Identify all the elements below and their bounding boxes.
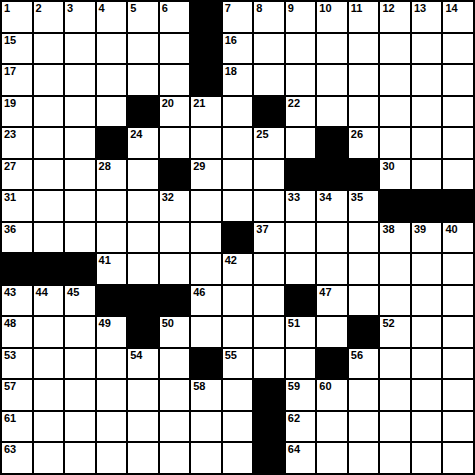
cell-r12c5[interactable]: 54 [128,349,158,379]
cell-r10c15[interactable] [443,286,473,316]
cell-r4c12[interactable] [349,97,379,127]
clue-number: 11 [351,2,363,15]
clue-number: 42 [225,254,237,267]
cell-r13c6[interactable] [160,380,190,410]
black-cell-r6c11 [317,160,347,190]
cell-r8c15[interactable]: 40 [443,223,473,253]
cell-r4c4[interactable] [97,97,127,127]
cell-r9c6[interactable] [160,254,190,284]
cell-r10c1[interactable]: 43 [2,286,32,316]
cell-r7c9[interactable] [254,191,284,221]
clue-number: 50 [162,317,174,330]
clue-number: 55 [225,349,237,362]
cell-r8c14[interactable]: 39 [412,223,442,253]
clue-number: 44 [36,286,48,299]
clue-number: 35 [351,191,363,204]
cell-r9c9[interactable] [254,254,284,284]
cell-r3c1[interactable]: 17 [2,65,32,95]
black-cell-r10c6 [160,286,190,316]
cell-r11c14[interactable] [412,317,442,347]
clue-number: 4 [99,2,105,15]
clue-number: 48 [4,317,16,330]
clue-number: 3 [67,2,73,15]
clue-number: 51 [288,317,300,330]
cell-r2c3[interactable] [65,34,95,64]
cell-r3c12[interactable] [349,65,379,95]
cell-r3c2[interactable] [34,65,64,95]
clue-number: 20 [162,97,174,110]
cell-r11c10[interactable]: 51 [286,317,316,347]
cell-r7c12[interactable]: 35 [349,191,379,221]
cell-r13c12[interactable] [349,380,379,410]
clue-number: 28 [99,160,111,173]
clue-number: 21 [193,97,205,110]
cell-r7c8[interactable] [223,191,253,221]
clue-number: 22 [288,97,300,110]
cell-r15c14[interactable] [412,443,442,473]
cell-r9c5[interactable] [128,254,158,284]
cell-r14c3[interactable] [65,412,95,442]
cell-r5c5[interactable]: 24 [128,128,158,158]
black-cell-r6c12 [349,160,379,190]
cell-r9c13[interactable] [380,254,410,284]
black-cell-r3c7 [191,65,221,95]
cell-r1c9[interactable]: 8 [254,2,284,32]
clue-number: 62 [288,412,300,425]
clue-number: 64 [288,443,300,456]
cell-r8c1[interactable]: 36 [2,223,32,253]
cell-r15c12[interactable] [349,443,379,473]
clue-number: 10 [319,2,331,15]
cell-r5c9[interactable]: 25 [254,128,284,158]
clue-number: 2 [36,2,42,15]
cell-r5c14[interactable] [412,128,442,158]
cell-r11c1[interactable]: 48 [2,317,32,347]
cell-r10c11[interactable]: 47 [317,286,347,316]
cell-r11c13[interactable]: 52 [380,317,410,347]
cell-r15c7[interactable] [191,443,221,473]
cell-r3c14[interactable] [412,65,442,95]
cell-r5c13[interactable] [380,128,410,158]
cell-r12c2[interactable] [34,349,64,379]
cell-r7c2[interactable] [34,191,64,221]
cell-r1c1[interactable]: 1 [2,2,32,32]
cell-r9c12[interactable] [349,254,379,284]
cell-r7c11[interactable]: 34 [317,191,347,221]
cell-r13c14[interactable] [412,380,442,410]
cell-r3c11[interactable] [317,65,347,95]
clue-number: 16 [225,34,237,47]
cell-r14c11[interactable] [317,412,347,442]
cell-r6c13[interactable]: 30 [380,160,410,190]
cell-r10c2[interactable]: 44 [34,286,64,316]
cell-r15c10[interactable]: 64 [286,443,316,473]
clue-number: 58 [193,380,205,393]
cell-r13c4[interactable] [97,380,127,410]
cell-r12c14[interactable] [412,349,442,379]
black-cell-r9c1 [2,254,32,284]
cell-r2c4[interactable] [97,34,127,64]
cell-r15c15[interactable] [443,443,473,473]
clue-number: 33 [288,191,300,204]
cell-r4c1[interactable]: 19 [2,97,32,127]
black-cell-r9c3 [65,254,95,284]
cell-r2c11[interactable] [317,34,347,64]
black-cell-r9c2 [34,254,64,284]
clue-number: 39 [414,223,426,236]
black-cell-r14c9 [254,412,284,442]
clue-number: 6 [162,2,168,15]
cell-r6c2[interactable] [34,160,64,190]
cell-r5c12[interactable]: 26 [349,128,379,158]
clue-number: 54 [130,349,142,362]
cell-r5c2[interactable] [34,128,64,158]
cell-r5c3[interactable] [65,128,95,158]
cell-r8c2[interactable] [34,223,64,253]
cell-r14c5[interactable] [128,412,158,442]
cell-r6c8[interactable] [223,160,253,190]
cell-r8c3[interactable] [65,223,95,253]
clue-number: 8 [256,2,262,15]
black-cell-r4c9 [254,97,284,127]
crossword-grid: 1234567891011121314151617181920212223242… [0,0,475,475]
cell-r2c2[interactable] [34,34,64,64]
clue-number: 30 [382,160,394,173]
black-cell-r12c11 [317,349,347,379]
cell-r1c14[interactable]: 13 [412,2,442,32]
cell-r1c5[interactable]: 5 [128,2,158,32]
cell-r11c3[interactable] [65,317,95,347]
cell-r10c3[interactable]: 45 [65,286,95,316]
cell-r14c12[interactable] [349,412,379,442]
clue-number: 13 [414,2,426,15]
cell-r2c13[interactable] [380,34,410,64]
cell-r3c9[interactable] [254,65,284,95]
cell-r8c9[interactable]: 37 [254,223,284,253]
cell-r2c10[interactable] [286,34,316,64]
cell-r3c3[interactable] [65,65,95,95]
cell-r8c10[interactable] [286,223,316,253]
cell-r11c8[interactable] [223,317,253,347]
cell-r15c1[interactable]: 63 [2,443,32,473]
cell-r4c15[interactable] [443,97,473,127]
cell-r8c4[interactable] [97,223,127,253]
clue-number: 17 [4,65,16,78]
cell-r9c7[interactable] [191,254,221,284]
cell-r5c8[interactable] [223,128,253,158]
cell-r9c10[interactable] [286,254,316,284]
cell-r7c10[interactable]: 33 [286,191,316,221]
cell-r2c8[interactable]: 16 [223,34,253,64]
cell-r5c10[interactable] [286,128,316,158]
cell-r4c3[interactable] [65,97,95,127]
black-cell-r5c4 [97,128,127,158]
cell-r13c3[interactable] [65,380,95,410]
cell-r11c2[interactable] [34,317,64,347]
cell-r13c8[interactable] [223,380,253,410]
cell-r14c8[interactable] [223,412,253,442]
cell-r8c7[interactable] [191,223,221,253]
clue-number: 23 [4,128,16,141]
cell-r4c8[interactable] [223,97,253,127]
cell-r6c5[interactable] [128,160,158,190]
cell-r7c4[interactable] [97,191,127,221]
black-cell-r7c13 [380,191,410,221]
cell-r10c14[interactable] [412,286,442,316]
cell-r14c14[interactable] [412,412,442,442]
clue-number: 34 [319,191,331,204]
clue-number: 9 [288,2,294,15]
cell-r2c12[interactable] [349,34,379,64]
clue-number: 27 [4,160,16,173]
cell-r12c8[interactable]: 55 [223,349,253,379]
cell-r7c1[interactable]: 31 [2,191,32,221]
cell-r4c10[interactable]: 22 [286,97,316,127]
cell-r13c11[interactable]: 60 [317,380,347,410]
cell-r7c6[interactable]: 32 [160,191,190,221]
black-cell-r4c5 [128,97,158,127]
clue-number: 49 [99,317,111,330]
cell-r8c13[interactable]: 38 [380,223,410,253]
cell-r12c1[interactable]: 53 [2,349,32,379]
cell-r5c15[interactable] [443,128,473,158]
cell-r1c15[interactable]: 14 [443,2,473,32]
cell-r6c3[interactable] [65,160,95,190]
cell-r3c10[interactable] [286,65,316,95]
clue-number: 43 [4,286,16,299]
cell-r14c10[interactable]: 62 [286,412,316,442]
cell-r12c9[interactable] [254,349,284,379]
cell-r6c14[interactable] [412,160,442,190]
cell-r11c4[interactable]: 49 [97,317,127,347]
cell-r11c15[interactable] [443,317,473,347]
cell-r4c6[interactable]: 20 [160,97,190,127]
cell-r2c1[interactable]: 15 [2,34,32,64]
black-cell-r7c14 [412,191,442,221]
cell-r1c3[interactable]: 3 [65,2,95,32]
cell-r7c5[interactable] [128,191,158,221]
cell-r11c7[interactable] [191,317,221,347]
clue-number: 37 [256,223,268,236]
clue-number: 57 [4,380,16,393]
cell-r3c15[interactable] [443,65,473,95]
cell-r9c8[interactable]: 42 [223,254,253,284]
cell-r2c5[interactable] [128,34,158,64]
clue-number: 7 [225,2,231,15]
cell-r1c6[interactable]: 6 [160,2,190,32]
clue-number: 19 [4,97,16,110]
cell-r2c15[interactable] [443,34,473,64]
black-cell-r11c5 [128,317,158,347]
cell-r9c4[interactable]: 41 [97,254,127,284]
cell-r6c1[interactable]: 27 [2,160,32,190]
clue-number: 63 [4,443,16,456]
cell-r1c2[interactable]: 2 [34,2,64,32]
cell-r13c13[interactable] [380,380,410,410]
cell-r14c6[interactable] [160,412,190,442]
black-cell-r6c6 [160,160,190,190]
cell-r12c15[interactable] [443,349,473,379]
cell-r13c15[interactable] [443,380,473,410]
cell-r8c12[interactable] [349,223,379,253]
clue-number: 47 [319,286,331,299]
clue-number: 36 [4,223,16,236]
cell-r14c1[interactable]: 61 [2,412,32,442]
clue-number: 59 [288,380,300,393]
cell-r13c2[interactable] [34,380,64,410]
cell-r3c4[interactable] [97,65,127,95]
black-cell-r10c10 [286,286,316,316]
cell-r1c10[interactable]: 9 [286,2,316,32]
cell-r13c1[interactable]: 57 [2,380,32,410]
cell-r14c15[interactable] [443,412,473,442]
cell-r10c7[interactable]: 46 [191,286,221,316]
cell-r15c3[interactable] [65,443,95,473]
cell-r8c5[interactable] [128,223,158,253]
cell-r14c13[interactable] [380,412,410,442]
clue-number: 12 [382,2,394,15]
cell-r14c2[interactable] [34,412,64,442]
cell-r15c13[interactable] [380,443,410,473]
clue-number: 41 [99,254,111,267]
cell-r12c13[interactable] [380,349,410,379]
cell-r6c15[interactable] [443,160,473,190]
cell-r1c12[interactable]: 11 [349,2,379,32]
cell-r7c3[interactable] [65,191,95,221]
cell-r6c7[interactable]: 29 [191,160,221,190]
cell-r3c8[interactable]: 18 [223,65,253,95]
cell-r3c13[interactable] [380,65,410,95]
cell-r5c7[interactable] [191,128,221,158]
cell-r12c12[interactable]: 56 [349,349,379,379]
cell-r2c6[interactable] [160,34,190,64]
cell-r14c7[interactable] [191,412,221,442]
cell-r4c7[interactable]: 21 [191,97,221,127]
cell-r4c2[interactable] [34,97,64,127]
clue-number: 1 [4,2,10,15]
cell-r2c14[interactable] [412,34,442,64]
black-cell-r7c15 [443,191,473,221]
cell-r8c6[interactable] [160,223,190,253]
black-cell-r1c7 [191,2,221,32]
cell-r13c10[interactable]: 59 [286,380,316,410]
cell-r15c8[interactable] [223,443,253,473]
cell-r10c13[interactable] [380,286,410,316]
cell-r6c4[interactable]: 28 [97,160,127,190]
clue-number: 14 [445,2,457,15]
cell-r9c15[interactable] [443,254,473,284]
cell-r5c1[interactable]: 23 [2,128,32,158]
clue-number: 61 [4,412,16,425]
cell-r9c14[interactable] [412,254,442,284]
clue-number: 32 [162,191,174,204]
cell-r1c4[interactable]: 4 [97,2,127,32]
cell-r1c8[interactable]: 7 [223,2,253,32]
cell-r15c5[interactable] [128,443,158,473]
clue-number: 52 [382,317,394,330]
cell-r12c6[interactable] [160,349,190,379]
clue-number: 25 [256,128,268,141]
cell-r15c4[interactable] [97,443,127,473]
clue-number: 5 [130,2,136,15]
cell-r5c6[interactable] [160,128,190,158]
black-cell-r15c9 [254,443,284,473]
cell-r3c6[interactable] [160,65,190,95]
clue-number: 45 [67,286,79,299]
clue-number: 18 [225,65,237,78]
black-cell-r10c5 [128,286,158,316]
cell-r4c13[interactable] [380,97,410,127]
cell-r10c12[interactable] [349,286,379,316]
clue-number: 15 [4,34,16,47]
black-cell-r5c11 [317,128,347,158]
black-cell-r6c10 [286,160,316,190]
cell-r1c13[interactable]: 12 [380,2,410,32]
cell-r3c5[interactable] [128,65,158,95]
cell-r15c6[interactable] [160,443,190,473]
cell-r15c11[interactable] [317,443,347,473]
cell-r12c10[interactable] [286,349,316,379]
clue-number: 60 [319,380,331,393]
cell-r1c11[interactable]: 10 [317,2,347,32]
cell-r12c4[interactable] [97,349,127,379]
cell-r4c11[interactable] [317,97,347,127]
black-cell-r10c4 [97,286,127,316]
cell-r15c2[interactable] [34,443,64,473]
cell-r6c9[interactable] [254,160,284,190]
clue-number: 46 [193,286,205,299]
cell-r13c5[interactable] [128,380,158,410]
cell-r8c11[interactable] [317,223,347,253]
clue-number: 56 [351,349,363,362]
clue-number: 38 [382,223,394,236]
cell-r10c8[interactable] [223,286,253,316]
black-cell-r11c12 [349,317,379,347]
cell-r11c9[interactable] [254,317,284,347]
cell-r9c11[interactable] [317,254,347,284]
cell-r14c4[interactable] [97,412,127,442]
clue-number: 31 [4,191,16,204]
cell-r10c9[interactable] [254,286,284,316]
cell-r11c11[interactable] [317,317,347,347]
cell-r12c3[interactable] [65,349,95,379]
cell-r7c7[interactable] [191,191,221,221]
clue-number: 26 [351,128,363,141]
cell-r11c6[interactable]: 50 [160,317,190,347]
black-cell-r8c8 [223,223,253,253]
black-cell-r13c9 [254,380,284,410]
clue-number: 53 [4,349,16,362]
cell-r2c9[interactable] [254,34,284,64]
clue-number: 29 [193,160,205,173]
cell-r4c14[interactable] [412,97,442,127]
black-cell-r12c7 [191,349,221,379]
cell-r13c7[interactable]: 58 [191,380,221,410]
clue-number: 40 [445,223,457,236]
clue-number: 24 [130,128,142,141]
black-cell-r2c7 [191,34,221,64]
